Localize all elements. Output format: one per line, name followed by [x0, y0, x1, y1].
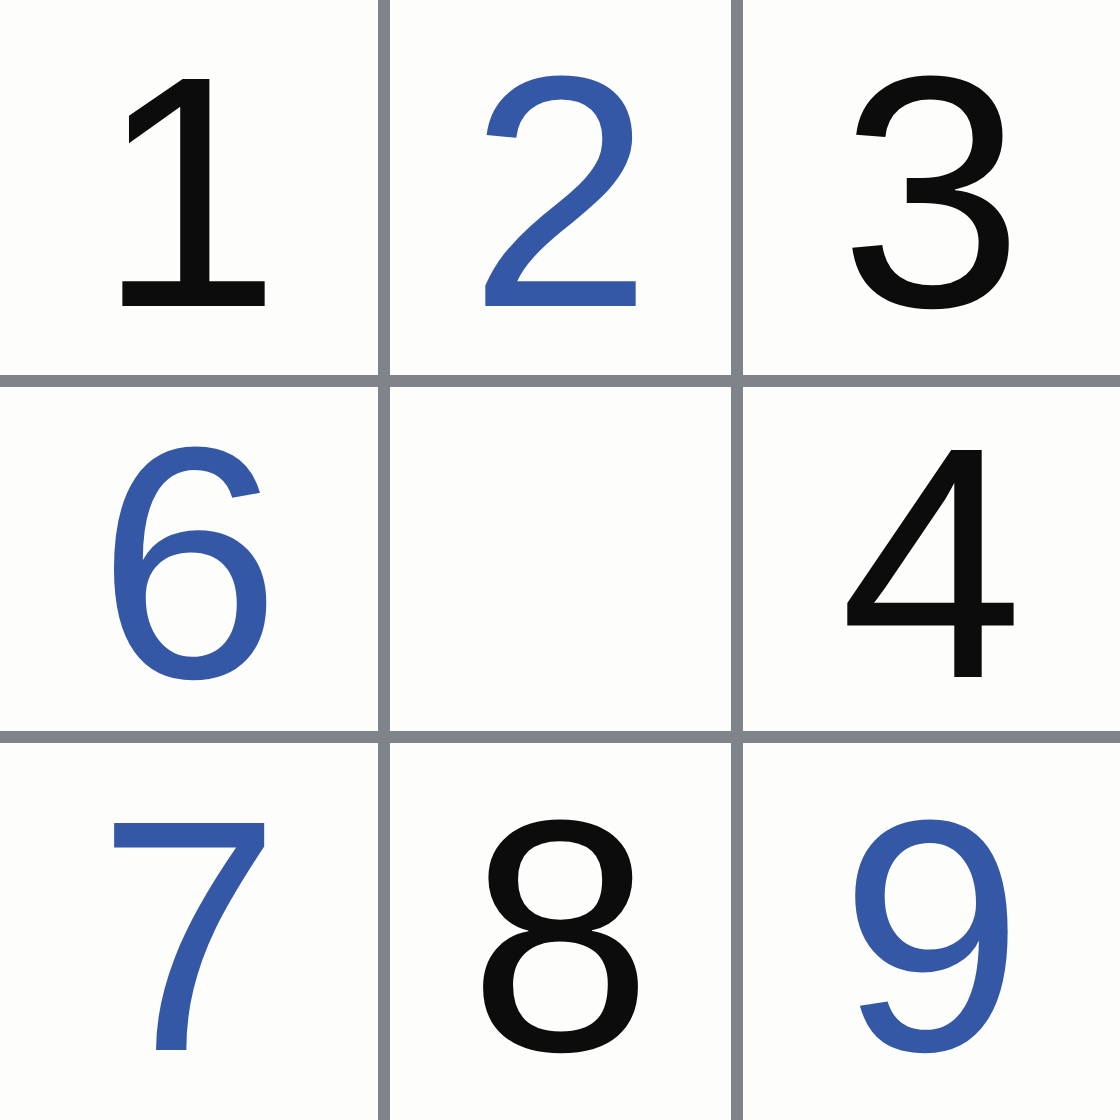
- sudoku-cell-r1c1[interactable]: [390, 387, 731, 731]
- sudoku-cell-r1c0[interactable]: 6: [0, 387, 378, 731]
- sudoku-board: 12364789: [0, 0, 1120, 1120]
- sudoku-cell-r0c1[interactable]: 2: [390, 0, 731, 375]
- sudoku-cell-r0c0[interactable]: 1: [0, 0, 378, 375]
- sudoku-cell-r2c1[interactable]: 8: [390, 743, 731, 1120]
- sudoku-cell-r2c0[interactable]: 7: [0, 743, 378, 1120]
- sudoku-cell-r1c2[interactable]: 4: [743, 387, 1120, 731]
- sudoku-cell-r0c2[interactable]: 3: [743, 0, 1120, 375]
- sudoku-cell-r2c2[interactable]: 9: [743, 743, 1120, 1120]
